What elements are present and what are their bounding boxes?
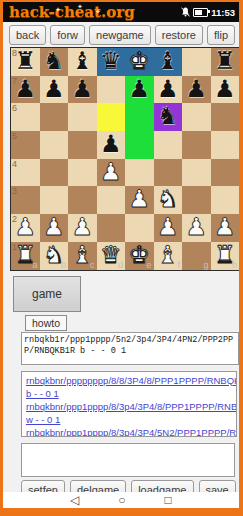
square-e8[interactable]: ♚ bbox=[125, 48, 154, 76]
black-bishop: ♝ bbox=[157, 48, 179, 76]
square-a5[interactable]: 5 bbox=[11, 131, 40, 159]
square-h2[interactable]: ♟ bbox=[211, 214, 240, 242]
orange-frame: hack-cheat.org ✦ ✦ ✦ 11:53 backforwnewga… bbox=[0, 0, 243, 516]
black-pawn: ♟ bbox=[14, 76, 36, 104]
square-b7[interactable]: ♟ bbox=[40, 76, 69, 104]
status-icons: 11:53 bbox=[181, 2, 235, 22]
square-h5[interactable] bbox=[211, 131, 240, 159]
android-nav-bar: ◁ ○ □ bbox=[3, 492, 239, 508]
file-label-h: h bbox=[232, 260, 237, 270]
square-h8[interactable]: ♜ bbox=[211, 48, 240, 76]
black-knight: ♞ bbox=[43, 48, 65, 76]
square-b3[interactable] bbox=[40, 186, 69, 214]
white-pawn: ♟ bbox=[100, 159, 122, 187]
clock-time: 11:53 bbox=[211, 7, 235, 18]
square-d1[interactable]: d♛ bbox=[97, 242, 126, 270]
square-e5[interactable] bbox=[125, 131, 154, 159]
toolbar-restore-button[interactable]: restore bbox=[155, 25, 203, 45]
square-g5[interactable] bbox=[182, 131, 211, 159]
rank-label-3: 3 bbox=[12, 186, 17, 196]
file-label-f: f bbox=[177, 260, 180, 270]
file-label-e: e bbox=[146, 260, 151, 270]
square-c2[interactable]: ♟ bbox=[68, 214, 97, 242]
black-pawn: ♟ bbox=[214, 76, 236, 104]
square-g8[interactable] bbox=[182, 48, 211, 76]
square-e7[interactable]: ♟ bbox=[125, 76, 154, 104]
white-pawn: ♟ bbox=[214, 214, 236, 242]
square-c3[interactable] bbox=[68, 186, 97, 214]
history-fen-link-1[interactable]: rnbqkbnr/pppppppp/8/8/3P4/8/PPP1PPPP/RNB… bbox=[26, 374, 236, 400]
square-c7[interactable]: ♟ bbox=[68, 76, 97, 104]
square-f7[interactable]: ♟ bbox=[154, 76, 183, 104]
square-f8[interactable]: ♝ bbox=[154, 48, 183, 76]
sparkle-icon: ✦ bbox=[55, 6, 61, 14]
square-e3[interactable]: ♟ bbox=[125, 186, 154, 214]
black-pawn: ♟ bbox=[128, 76, 150, 104]
square-g7[interactable]: ♟ bbox=[182, 76, 211, 104]
square-d8[interactable]: ♛ bbox=[97, 48, 126, 76]
square-d6[interactable] bbox=[97, 103, 126, 131]
chess-board: 8♜♞♝♛♚♝♜7♟♟♟♟♟♟♟6♞5♟4♟3♟♞2♟♟♟♟♟♟1a♜b♞c♝d… bbox=[10, 47, 239, 271]
square-d2[interactable] bbox=[97, 214, 126, 242]
nav-back-icon[interactable]: ◁ bbox=[70, 493, 79, 507]
white-pawn: ♟ bbox=[43, 214, 65, 242]
white-knight: ♞ bbox=[157, 186, 179, 214]
square-c6[interactable] bbox=[68, 103, 97, 131]
square-h3[interactable] bbox=[211, 186, 240, 214]
square-g6[interactable] bbox=[182, 103, 211, 131]
square-a6[interactable]: 6 bbox=[11, 103, 40, 131]
howto-button[interactable]: howto bbox=[25, 315, 67, 331]
square-b4[interactable] bbox=[40, 159, 69, 187]
app-screen: hack-cheat.org ✦ ✦ ✦ 11:53 backforwnewga… bbox=[3, 2, 239, 508]
square-b1[interactable]: b♞ bbox=[40, 242, 69, 270]
rank-label-8: 8 bbox=[12, 48, 17, 58]
sparkle-icon: ✦ bbox=[95, 8, 101, 16]
fen-history-list: rnbqkbnr/pppppppp/8/8/3P4/8/PPP1PPPP/RNB… bbox=[21, 371, 237, 437]
square-h4[interactable] bbox=[211, 159, 240, 187]
square-f4[interactable] bbox=[154, 159, 183, 187]
square-a2[interactable]: 2♟ bbox=[11, 214, 40, 242]
black-pawn: ♟ bbox=[71, 76, 93, 104]
white-pawn: ♟ bbox=[14, 214, 36, 242]
square-h6[interactable] bbox=[211, 103, 240, 131]
square-e1[interactable]: e♚ bbox=[125, 242, 154, 270]
square-b2[interactable]: ♟ bbox=[40, 214, 69, 242]
square-d3[interactable] bbox=[97, 186, 126, 214]
black-pawn: ♟ bbox=[185, 76, 207, 104]
file-label-a: a bbox=[32, 260, 37, 270]
rank-label-6: 6 bbox=[12, 103, 17, 113]
square-h1[interactable]: h♜ bbox=[211, 242, 240, 270]
black-pawn: ♟ bbox=[43, 76, 65, 104]
square-e4[interactable] bbox=[125, 159, 154, 187]
black-bishop: ♝ bbox=[71, 48, 93, 76]
file-label-g: g bbox=[203, 260, 208, 270]
history-fen-link-2[interactable]: rnbqkbnr/ppp1pppp/8/3p4/3P4/8/PPP1PPPP/R… bbox=[26, 400, 236, 426]
square-b6[interactable] bbox=[40, 103, 69, 131]
black-pawn: ♟ bbox=[157, 76, 179, 104]
black-queen: ♛ bbox=[100, 48, 122, 76]
white-pawn: ♟ bbox=[157, 214, 179, 242]
toolbar-forw-button[interactable]: forw bbox=[50, 25, 85, 45]
file-label-d: d bbox=[118, 260, 123, 270]
square-f3[interactable]: ♞ bbox=[154, 186, 183, 214]
toolbar: backforwnewgamerestoreflipsavexd bbox=[3, 22, 239, 47]
sparkle-icon: ✦ bbox=[77, 3, 83, 11]
black-king: ♚ bbox=[128, 48, 150, 76]
square-e2[interactable] bbox=[125, 214, 154, 242]
white-pawn: ♟ bbox=[185, 214, 207, 242]
fen-textarea[interactable]: rnbqkb1r/ppp1pppp/5n2/3p4/3P4/4PN2/PPP2P… bbox=[21, 332, 239, 365]
mute-icon bbox=[181, 7, 190, 17]
history-fen-link-3[interactable]: rnbqkbnr/ppp1pppp/8/3p4/3P4/5N2/PPP1PPPP… bbox=[26, 426, 236, 437]
square-g1[interactable]: g bbox=[182, 242, 211, 270]
square-a7[interactable]: 7♟ bbox=[11, 76, 40, 104]
square-a8[interactable]: 8♜ bbox=[11, 48, 40, 76]
toolbar-newgame-button[interactable]: newgame bbox=[89, 25, 151, 45]
square-g3[interactable] bbox=[182, 186, 211, 214]
square-f2[interactable]: ♟ bbox=[154, 214, 183, 242]
toolbar-back-button[interactable]: back bbox=[9, 25, 46, 45]
rank-label-4: 4 bbox=[12, 159, 17, 169]
square-f1[interactable]: f♝ bbox=[154, 242, 183, 270]
file-label-b: b bbox=[61, 260, 66, 270]
rank-label-2: 2 bbox=[12, 214, 17, 224]
square-c4[interactable] bbox=[68, 159, 97, 187]
square-d4[interactable]: ♟ bbox=[97, 159, 126, 187]
white-pawn: ♟ bbox=[128, 186, 150, 214]
square-c5[interactable] bbox=[68, 131, 97, 159]
black-knight: ♞ bbox=[157, 103, 179, 131]
nav-recents-icon[interactable]: □ bbox=[165, 493, 172, 507]
square-d5[interactable]: ♟ bbox=[97, 131, 126, 159]
file-label-c: c bbox=[90, 260, 95, 270]
square-a4[interactable]: 4 bbox=[11, 159, 40, 187]
nav-home-icon[interactable]: ○ bbox=[118, 493, 125, 507]
square-a3[interactable]: 3 bbox=[11, 186, 40, 214]
watermark: hack-cheat.org bbox=[9, 3, 135, 21]
toolbar-flip-button[interactable]: flip bbox=[207, 25, 235, 45]
rank-label-7: 7 bbox=[12, 76, 17, 86]
white-bishop: ♝ bbox=[157, 242, 179, 270]
square-c8[interactable]: ♝ bbox=[68, 48, 97, 76]
square-g4[interactable] bbox=[182, 159, 211, 187]
square-b8[interactable]: ♞ bbox=[40, 48, 69, 76]
black-rook: ♜ bbox=[214, 48, 236, 76]
rank-label-1: 1 bbox=[12, 242, 17, 252]
square-g2[interactable]: ♟ bbox=[182, 214, 211, 242]
black-pawn: ♟ bbox=[100, 131, 122, 159]
square-h7[interactable]: ♟ bbox=[211, 76, 240, 104]
square-c1[interactable]: c♝ bbox=[68, 242, 97, 270]
square-a1[interactable]: 1a♜ bbox=[11, 242, 40, 270]
square-d7[interactable] bbox=[97, 76, 126, 104]
square-e6[interactable] bbox=[125, 103, 154, 131]
square-f5[interactable] bbox=[154, 131, 183, 159]
game-button[interactable]: game bbox=[13, 276, 81, 312]
square-b5[interactable] bbox=[40, 131, 69, 159]
game-name-textarea[interactable] bbox=[21, 443, 235, 477]
status-bar: hack-cheat.org ✦ ✦ ✦ 11:53 bbox=[3, 2, 239, 22]
black-rook: ♜ bbox=[14, 48, 36, 76]
white-pawn: ♟ bbox=[71, 214, 93, 242]
square-f6[interactable]: ♞ bbox=[154, 103, 183, 131]
battery-icon bbox=[193, 8, 208, 17]
rank-label-5: 5 bbox=[12, 131, 17, 141]
